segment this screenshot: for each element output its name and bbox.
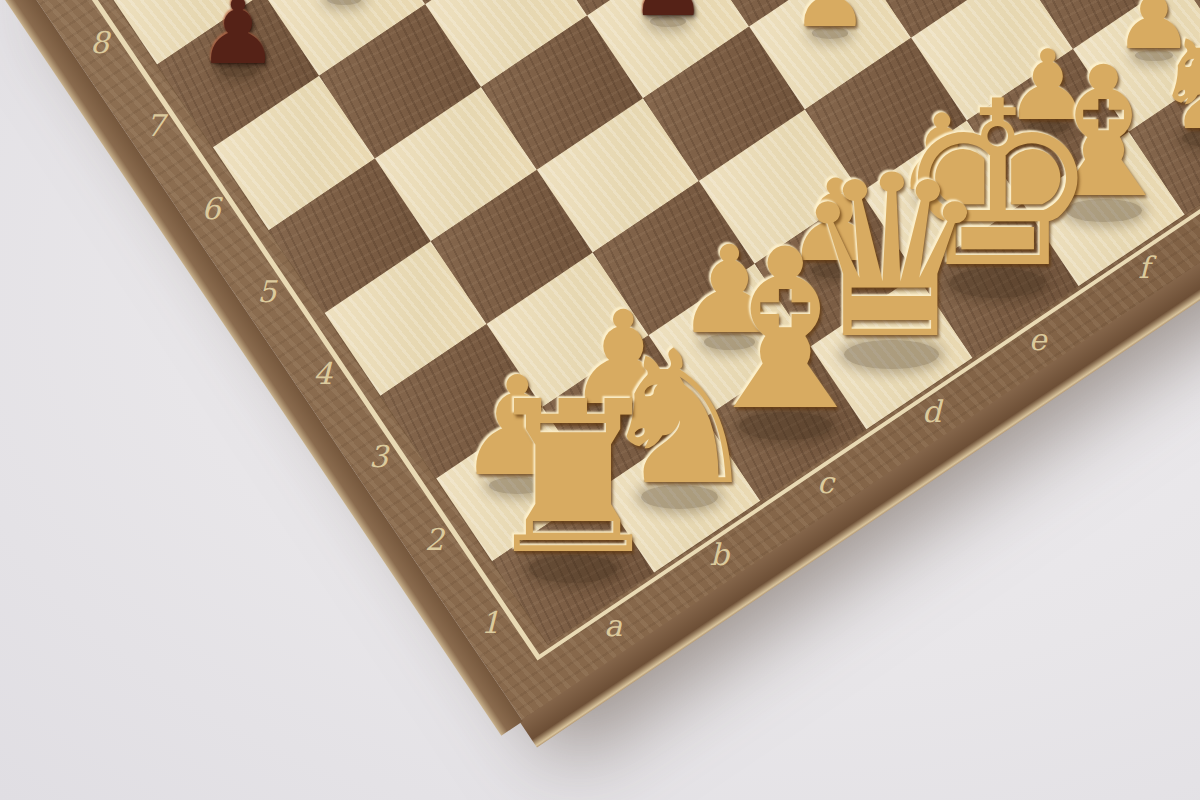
piece-shadow — [950, 268, 1046, 298]
file-label-a: a — [591, 606, 635, 646]
rank-label-2: 2 — [412, 520, 456, 560]
piece-shadow — [641, 485, 718, 509]
file-label-f: f — [1122, 248, 1166, 288]
piece-shadow — [596, 405, 650, 422]
piece-shadow — [1066, 199, 1142, 222]
piece-shadow — [920, 192, 964, 206]
piece-shadow — [739, 412, 832, 441]
file-label-b: b — [697, 535, 741, 575]
rank-label-4: 4 — [301, 354, 345, 394]
piece-shadow — [704, 334, 755, 350]
rank-label-6: 6 — [189, 189, 233, 229]
rank-label-7: 7 — [133, 106, 177, 146]
rank-label-5: 5 — [245, 272, 289, 312]
chess-product-photo: 12345678abcdefgh ♜♞♝♛♚♝♞♟♟♟♟♟♟♟♟♟♟♟ — [0, 0, 1200, 800]
piece-shadow — [219, 65, 257, 77]
piece-shadow — [844, 340, 938, 369]
piece-shadow — [812, 263, 859, 278]
file-label-c: c — [804, 463, 848, 503]
file-label-d: d — [910, 392, 954, 432]
chessboard: 12345678abcdefgh — [20, 0, 1200, 721]
rank-label-1: 1 — [468, 603, 512, 643]
rank-label-8: 8 — [77, 23, 121, 63]
piece-shadow — [529, 555, 617, 582]
file-label-e: e — [1016, 320, 1060, 360]
piece-shadow — [489, 477, 547, 495]
piece-shadow — [812, 27, 848, 38]
rank-label-3: 3 — [357, 437, 401, 477]
piece-shadow — [1135, 50, 1172, 62]
